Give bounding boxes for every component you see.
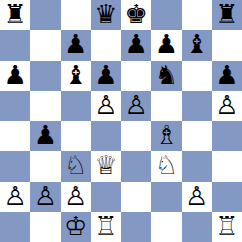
square-e3[interactable] (121, 151, 151, 181)
square-b3[interactable] (30, 151, 60, 181)
piece-black-pawn-b4[interactable]: ♟ (34, 122, 57, 148)
square-c7[interactable]: ♟ (61, 30, 91, 60)
piece-black-king-e8[interactable]: ♚ (124, 1, 147, 27)
square-g7[interactable]: ♝ (182, 30, 212, 60)
piece-white-pawn-b2[interactable]: ♙ (34, 183, 57, 209)
square-e2[interactable] (121, 182, 151, 212)
chessboard-screenshot: ♜♛♚♜♟♟♟♝♟♝♟♞♟♙♙♙♟♗♘♕♘♙♙♙♙♔♖♖ (0, 0, 242, 242)
piece-white-king-c1[interactable]: ♔ (64, 213, 87, 239)
piece-black-pawn-a6[interactable]: ♟ (3, 62, 26, 88)
square-a4[interactable] (0, 121, 30, 151)
square-c1[interactable]: ♔ (61, 212, 91, 242)
square-d4[interactable] (91, 121, 121, 151)
square-h2[interactable] (212, 182, 242, 212)
square-g3[interactable] (182, 151, 212, 181)
square-g1[interactable] (182, 212, 212, 242)
square-h8[interactable]: ♜ (212, 0, 242, 30)
square-e8[interactable]: ♚ (121, 0, 151, 30)
square-h3[interactable] (212, 151, 242, 181)
piece-white-pawn-h5[interactable]: ♙ (215, 92, 238, 118)
piece-black-rook-h8[interactable]: ♜ (215, 1, 238, 27)
square-f4[interactable]: ♗ (151, 121, 181, 151)
square-d7[interactable] (91, 30, 121, 60)
piece-white-pawn-d5[interactable]: ♙ (94, 92, 117, 118)
square-a6[interactable]: ♟ (0, 61, 30, 91)
piece-white-pawn-e5[interactable]: ♙ (124, 92, 147, 118)
square-h6[interactable]: ♟ (212, 61, 242, 91)
piece-white-pawn-a2[interactable]: ♙ (3, 183, 26, 209)
square-d1[interactable]: ♖ (91, 212, 121, 242)
square-b2[interactable]: ♙ (30, 182, 60, 212)
piece-black-pawn-d6[interactable]: ♟ (94, 62, 117, 88)
square-g6[interactable] (182, 61, 212, 91)
square-d5[interactable]: ♙ (91, 91, 121, 121)
piece-black-bishop-c6[interactable]: ♝ (64, 62, 87, 88)
piece-black-pawn-e7[interactable]: ♟ (124, 31, 147, 57)
square-a7[interactable] (0, 30, 30, 60)
piece-white-queen-d3[interactable]: ♕ (94, 152, 117, 178)
square-e4[interactable] (121, 121, 151, 151)
square-h4[interactable] (212, 121, 242, 151)
square-b7[interactable] (30, 30, 60, 60)
square-f5[interactable] (151, 91, 181, 121)
square-a1[interactable] (0, 212, 30, 242)
square-d8[interactable]: ♛ (91, 0, 121, 30)
square-f6[interactable]: ♞ (151, 61, 181, 91)
square-b5[interactable] (30, 91, 60, 121)
square-a8[interactable]: ♜ (0, 0, 30, 30)
square-g2[interactable]: ♙ (182, 182, 212, 212)
piece-black-queen-d8[interactable]: ♛ (94, 1, 117, 27)
square-c6[interactable]: ♝ (61, 61, 91, 91)
square-f7[interactable]: ♟ (151, 30, 181, 60)
square-c4[interactable] (61, 121, 91, 151)
piece-white-bishop-f4[interactable]: ♗ (155, 122, 178, 148)
square-g4[interactable] (182, 121, 212, 151)
piece-black-knight-f6[interactable]: ♞ (155, 62, 178, 88)
chess-board: ♜♛♚♜♟♟♟♝♟♝♟♞♟♙♙♙♟♗♘♕♘♙♙♙♙♔♖♖ (0, 0, 242, 242)
square-e1[interactable] (121, 212, 151, 242)
square-e5[interactable]: ♙ (121, 91, 151, 121)
square-f3[interactable]: ♘ (151, 151, 181, 181)
square-b6[interactable] (30, 61, 60, 91)
piece-white-pawn-c2[interactable]: ♙ (64, 183, 87, 209)
square-h5[interactable]: ♙ (212, 91, 242, 121)
square-d6[interactable]: ♟ (91, 61, 121, 91)
square-h7[interactable] (212, 30, 242, 60)
square-d3[interactable]: ♕ (91, 151, 121, 181)
square-b8[interactable] (30, 0, 60, 30)
piece-black-pawn-c7[interactable]: ♟ (64, 31, 87, 57)
square-a5[interactable] (0, 91, 30, 121)
square-c2[interactable]: ♙ (61, 182, 91, 212)
square-a2[interactable]: ♙ (0, 182, 30, 212)
square-a3[interactable] (0, 151, 30, 181)
square-f8[interactable] (151, 0, 181, 30)
square-e7[interactable]: ♟ (121, 30, 151, 60)
square-f1[interactable] (151, 212, 181, 242)
square-c5[interactable] (61, 91, 91, 121)
square-g5[interactable] (182, 91, 212, 121)
piece-white-knight-f3[interactable]: ♘ (155, 152, 178, 178)
square-e6[interactable] (121, 61, 151, 91)
piece-white-rook-h1[interactable]: ♖ (215, 213, 238, 239)
piece-black-bishop-g7[interactable]: ♝ (185, 31, 208, 57)
piece-white-rook-d1[interactable]: ♖ (94, 213, 117, 239)
piece-white-pawn-g2[interactable]: ♙ (185, 183, 208, 209)
piece-black-pawn-h6[interactable]: ♟ (215, 62, 238, 88)
square-b1[interactable] (30, 212, 60, 242)
piece-black-rook-a8[interactable]: ♜ (3, 1, 26, 27)
piece-white-knight-c3[interactable]: ♘ (64, 152, 87, 178)
square-b4[interactable]: ♟ (30, 121, 60, 151)
piece-black-pawn-f7[interactable]: ♟ (155, 31, 178, 57)
square-g8[interactable] (182, 0, 212, 30)
square-h1[interactable]: ♖ (212, 212, 242, 242)
square-d2[interactable] (91, 182, 121, 212)
square-f2[interactable] (151, 182, 181, 212)
square-c8[interactable] (61, 0, 91, 30)
square-c3[interactable]: ♘ (61, 151, 91, 181)
